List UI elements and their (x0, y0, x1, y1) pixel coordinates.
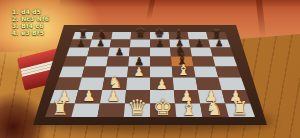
piece-white-knight-g1[interactable]: ♞ (205, 99, 222, 119)
piece-black-pawn-h7[interactable]: ♟ (215, 38, 223, 47)
piece-black-pawn-c6[interactable]: ♟ (115, 47, 124, 57)
move-line-3: 3. Bf4 c6 (12, 22, 82, 29)
piece-black-pawn-g7[interactable]: ♟ (195, 38, 203, 47)
piece-white-pawn-b2[interactable]: ♟ (82, 89, 95, 104)
piece-black-queen-d8[interactable]: ♛ (135, 28, 145, 40)
move-line-2: 2. Nc3 Nf6 (12, 15, 82, 22)
piece-white-rook-h1[interactable]: ♜ (231, 99, 248, 119)
move-line-4: 4. e3 Bf5 (12, 29, 82, 36)
piece-white-pawn-c2[interactable]: ♟ (107, 89, 120, 104)
piece-white-king-e1[interactable]: ♚ (153, 96, 173, 118)
piece-white-bishop-f4[interactable]: ♝ (177, 63, 190, 78)
piece-black-pawn-e7[interactable]: ♟ (156, 38, 164, 47)
piece-black-pawn-a7[interactable]: ♟ (77, 38, 85, 47)
piece-white-bishop-f1[interactable]: ♝ (180, 99, 197, 119)
move-line-1: 1. d4 d5 (12, 8, 82, 15)
piece-white-queen-d1[interactable]: ♛ (127, 96, 147, 118)
move-list: 1. d4 d52. Nc3 Nf63. Bf4 c64. e3 Bf5 (12, 8, 82, 36)
scene: ♜♞♛♚♝♜♟♟♟♟♟♟♟♞♟♝♟♝♞♟♟♟♟♟♟♟♜♛♚♝♞♜ 1. d4 d… (0, 0, 300, 138)
piece-white-pawn-e3[interactable]: ♟ (156, 77, 168, 90)
piece-black-pawn-b7[interactable]: ♟ (96, 38, 104, 47)
piece-white-rook-a1[interactable]: ♜ (51, 99, 68, 119)
piece-white-pawn-d4[interactable]: ♟ (133, 66, 144, 78)
